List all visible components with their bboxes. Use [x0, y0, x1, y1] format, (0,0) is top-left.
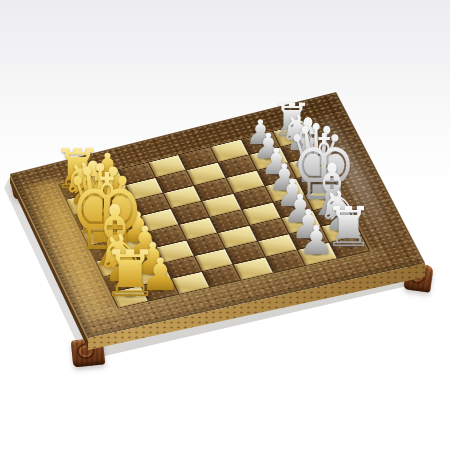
chess-set-photo: ♜♞♝♛♚♝♞♜♟♟♟♟♟♟♟♟♟♟♟♟♟♟♟♟♜♞♝♛♚♝♞♜: [0, 0, 450, 450]
gold-rook-h1[interactable]: ♜: [101, 242, 158, 306]
pieces-layer: ♜♞♝♛♚♝♞♜♟♟♟♟♟♟♟♟♟♟♟♟♟♟♟♟♜♞♝♛♚♝♞♜: [0, 0, 450, 450]
silver-pawn-h7[interactable]: ♟: [299, 220, 335, 260]
